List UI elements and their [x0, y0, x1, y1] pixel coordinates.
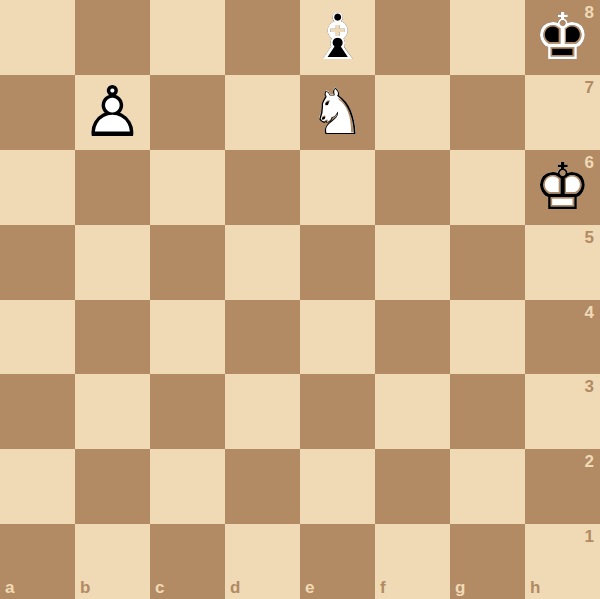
- square-c5[interactable]: [150, 225, 225, 300]
- square-a1[interactable]: a: [0, 524, 75, 599]
- square-b4[interactable]: [75, 300, 150, 375]
- square-b1[interactable]: b: [75, 524, 150, 599]
- square-g6[interactable]: [450, 150, 525, 225]
- file-label-b: b: [80, 579, 90, 596]
- square-b6[interactable]: [75, 150, 150, 225]
- square-h1[interactable]: 1h: [525, 524, 600, 599]
- rank-label-3: 3: [585, 378, 594, 395]
- square-c2[interactable]: [150, 449, 225, 524]
- file-label-g: g: [455, 579, 465, 596]
- square-b3[interactable]: [75, 374, 150, 449]
- square-d4[interactable]: [225, 300, 300, 375]
- rank-label-7: 7: [585, 79, 594, 96]
- square-c7[interactable]: [150, 75, 225, 150]
- square-d6[interactable]: [225, 150, 300, 225]
- square-f3[interactable]: [375, 374, 450, 449]
- square-g2[interactable]: [450, 449, 525, 524]
- square-e4[interactable]: [300, 300, 375, 375]
- piece-white-pawn[interactable]: ♟♙: [75, 75, 150, 150]
- black-king-glyph-outline: ♔: [534, 5, 591, 69]
- white-knight-glyph-outline: ♘: [309, 80, 366, 144]
- square-b5[interactable]: [75, 225, 150, 300]
- square-h4[interactable]: 4: [525, 300, 600, 375]
- square-e3[interactable]: [300, 374, 375, 449]
- file-label-d: d: [230, 579, 240, 596]
- square-c1[interactable]: c: [150, 524, 225, 599]
- piece-black-bishop[interactable]: ♝♗: [300, 0, 375, 75]
- chess-board: ♝♗8♚♔♟♙♞♘76♚♔5432abcdefg1h: [0, 0, 600, 599]
- square-e5[interactable]: [300, 225, 375, 300]
- square-h2[interactable]: 2: [525, 449, 600, 524]
- white-pawn-glyph-outline: ♙: [81, 77, 144, 147]
- piece-black-king[interactable]: ♚♔: [525, 0, 600, 75]
- square-g4[interactable]: [450, 300, 525, 375]
- piece-white-king[interactable]: ♚♔: [525, 150, 600, 225]
- square-a6[interactable]: [0, 150, 75, 225]
- square-c4[interactable]: [150, 300, 225, 375]
- rank-label-1: 1: [585, 528, 594, 545]
- square-c8[interactable]: [150, 0, 225, 75]
- square-e7[interactable]: ♞♘: [300, 75, 375, 150]
- square-f6[interactable]: [375, 150, 450, 225]
- square-d2[interactable]: [225, 449, 300, 524]
- square-h8[interactable]: 8♚♔: [525, 0, 600, 75]
- square-g1[interactable]: g: [450, 524, 525, 599]
- square-d8[interactable]: [225, 0, 300, 75]
- square-c3[interactable]: [150, 374, 225, 449]
- square-f8[interactable]: [375, 0, 450, 75]
- rank-label-2: 2: [585, 453, 594, 470]
- square-g3[interactable]: [450, 374, 525, 449]
- square-f7[interactable]: [375, 75, 450, 150]
- file-label-h: h: [530, 579, 540, 596]
- square-h6[interactable]: 6♚♔: [525, 150, 600, 225]
- square-d5[interactable]: [225, 225, 300, 300]
- square-a7[interactable]: [0, 75, 75, 150]
- square-a4[interactable]: [0, 300, 75, 375]
- square-h3[interactable]: 3: [525, 374, 600, 449]
- square-b8[interactable]: [75, 0, 150, 75]
- square-d7[interactable]: [225, 75, 300, 150]
- rank-label-4: 4: [585, 304, 594, 321]
- square-e2[interactable]: [300, 449, 375, 524]
- square-h5[interactable]: 5: [525, 225, 600, 300]
- square-e6[interactable]: [300, 150, 375, 225]
- square-a3[interactable]: [0, 374, 75, 449]
- square-g8[interactable]: [450, 0, 525, 75]
- square-d1[interactable]: d: [225, 524, 300, 599]
- white-king-glyph-outline: ♔: [534, 155, 591, 219]
- file-label-e: e: [305, 579, 314, 596]
- square-g5[interactable]: [450, 225, 525, 300]
- square-b7[interactable]: ♟♙: [75, 75, 150, 150]
- square-d3[interactable]: [225, 374, 300, 449]
- piece-white-knight[interactable]: ♞♘: [300, 75, 375, 150]
- square-f1[interactable]: f: [375, 524, 450, 599]
- square-f2[interactable]: [375, 449, 450, 524]
- black-bishop-glyph-outline: ♗: [309, 5, 366, 69]
- square-b2[interactable]: [75, 449, 150, 524]
- file-label-a: a: [5, 579, 14, 596]
- square-g7[interactable]: [450, 75, 525, 150]
- square-a8[interactable]: [0, 0, 75, 75]
- file-label-c: c: [155, 579, 164, 596]
- square-f4[interactable]: [375, 300, 450, 375]
- square-e1[interactable]: e: [300, 524, 375, 599]
- square-h7[interactable]: 7: [525, 75, 600, 150]
- square-a5[interactable]: [0, 225, 75, 300]
- square-f5[interactable]: [375, 225, 450, 300]
- square-a2[interactable]: [0, 449, 75, 524]
- rank-label-5: 5: [585, 229, 594, 246]
- square-e8[interactable]: ♝♗: [300, 0, 375, 75]
- square-c6[interactable]: [150, 150, 225, 225]
- file-label-f: f: [380, 579, 386, 596]
